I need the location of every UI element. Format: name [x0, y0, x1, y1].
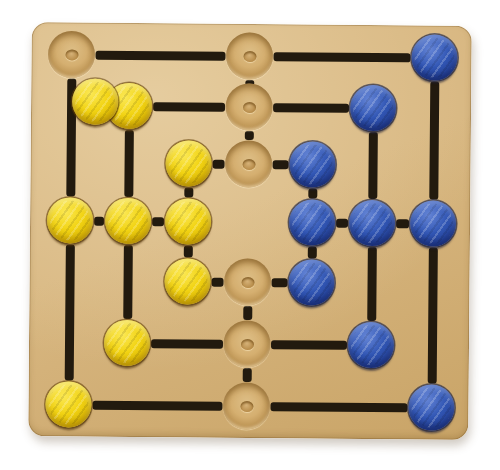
- board-line-b2-d2: [151, 339, 223, 349]
- board-line-d2-f2: [271, 340, 347, 350]
- piece-yellow-a1[interactable]: [45, 381, 91, 427]
- piece-blue-e5[interactable]: [289, 141, 335, 187]
- board-line-c3-d3: [212, 277, 224, 286]
- board-line-g4-g1: [427, 248, 437, 384]
- piece-blue-g7[interactable]: [411, 34, 457, 80]
- piece-blue-g4[interactable]: [410, 200, 456, 246]
- point-d3[interactable]: [224, 258, 271, 305]
- board-line-d5-e5: [273, 160, 289, 169]
- board-line-d1-g1: [270, 402, 407, 412]
- board-line-b6-d6: [153, 102, 225, 112]
- piece-blue-e4[interactable]: [289, 199, 335, 245]
- photo-stage: [0, 0, 500, 470]
- point-d7[interactable]: [226, 32, 273, 79]
- piece-blue-e3[interactable]: [288, 259, 334, 305]
- board-line-c5-c4: [184, 187, 193, 197]
- board-line-e4-e3: [307, 247, 316, 259]
- board-line-f4-g4: [396, 219, 409, 228]
- piece-blue-g1[interactable]: [408, 384, 454, 430]
- board-line-d7-g7: [273, 52, 410, 62]
- board-line-g7-g4: [429, 82, 439, 200]
- board-line-a4-b4: [94, 216, 104, 225]
- point-d1[interactable]: [223, 382, 270, 429]
- point-a7[interactable]: [48, 31, 95, 78]
- board-line-c5-d5: [213, 159, 225, 168]
- piece-yellow-c4[interactable]: [165, 198, 211, 244]
- board-line-d2-d1: [242, 368, 251, 382]
- board-line-e5-e4: [308, 189, 317, 199]
- board-line-d6-d5: [244, 131, 253, 140]
- board-line-c4-c3: [183, 245, 192, 257]
- board-line-d3-d2: [243, 306, 252, 320]
- board-line-b6-b4: [124, 130, 134, 197]
- board-line-f6-f4: [368, 132, 378, 199]
- piece-blue-f6[interactable]: [350, 85, 396, 131]
- nine-mens-morris-board: [28, 22, 472, 440]
- board-surface: [28, 22, 472, 440]
- piece-yellow-b2[interactable]: [104, 320, 150, 366]
- board-line-e4-f4: [336, 218, 348, 227]
- piece-yellow-loose-1-near-b6[interactable]: [72, 78, 118, 124]
- piece-blue-f4[interactable]: [349, 200, 395, 246]
- point-d2[interactable]: [223, 320, 270, 367]
- piece-yellow-c3[interactable]: [164, 258, 210, 304]
- board-line-b4-c4: [152, 217, 164, 226]
- point-d6[interactable]: [225, 83, 272, 130]
- piece-yellow-a4[interactable]: [47, 197, 93, 243]
- board-line-d3-e3: [272, 278, 288, 287]
- piece-blue-f2[interactable]: [348, 322, 394, 368]
- point-d5[interactable]: [225, 140, 272, 187]
- board-line-a1-d1: [92, 400, 222, 410]
- board-line-a7-d7: [95, 50, 225, 60]
- piece-yellow-c5[interactable]: [165, 140, 211, 186]
- board-line-b4-b2: [123, 245, 133, 319]
- board-line-f4-f2: [367, 247, 377, 321]
- board-line-a4-a1: [64, 244, 74, 380]
- board-line-d6-f6: [273, 103, 349, 113]
- piece-yellow-b4[interactable]: [105, 198, 151, 244]
